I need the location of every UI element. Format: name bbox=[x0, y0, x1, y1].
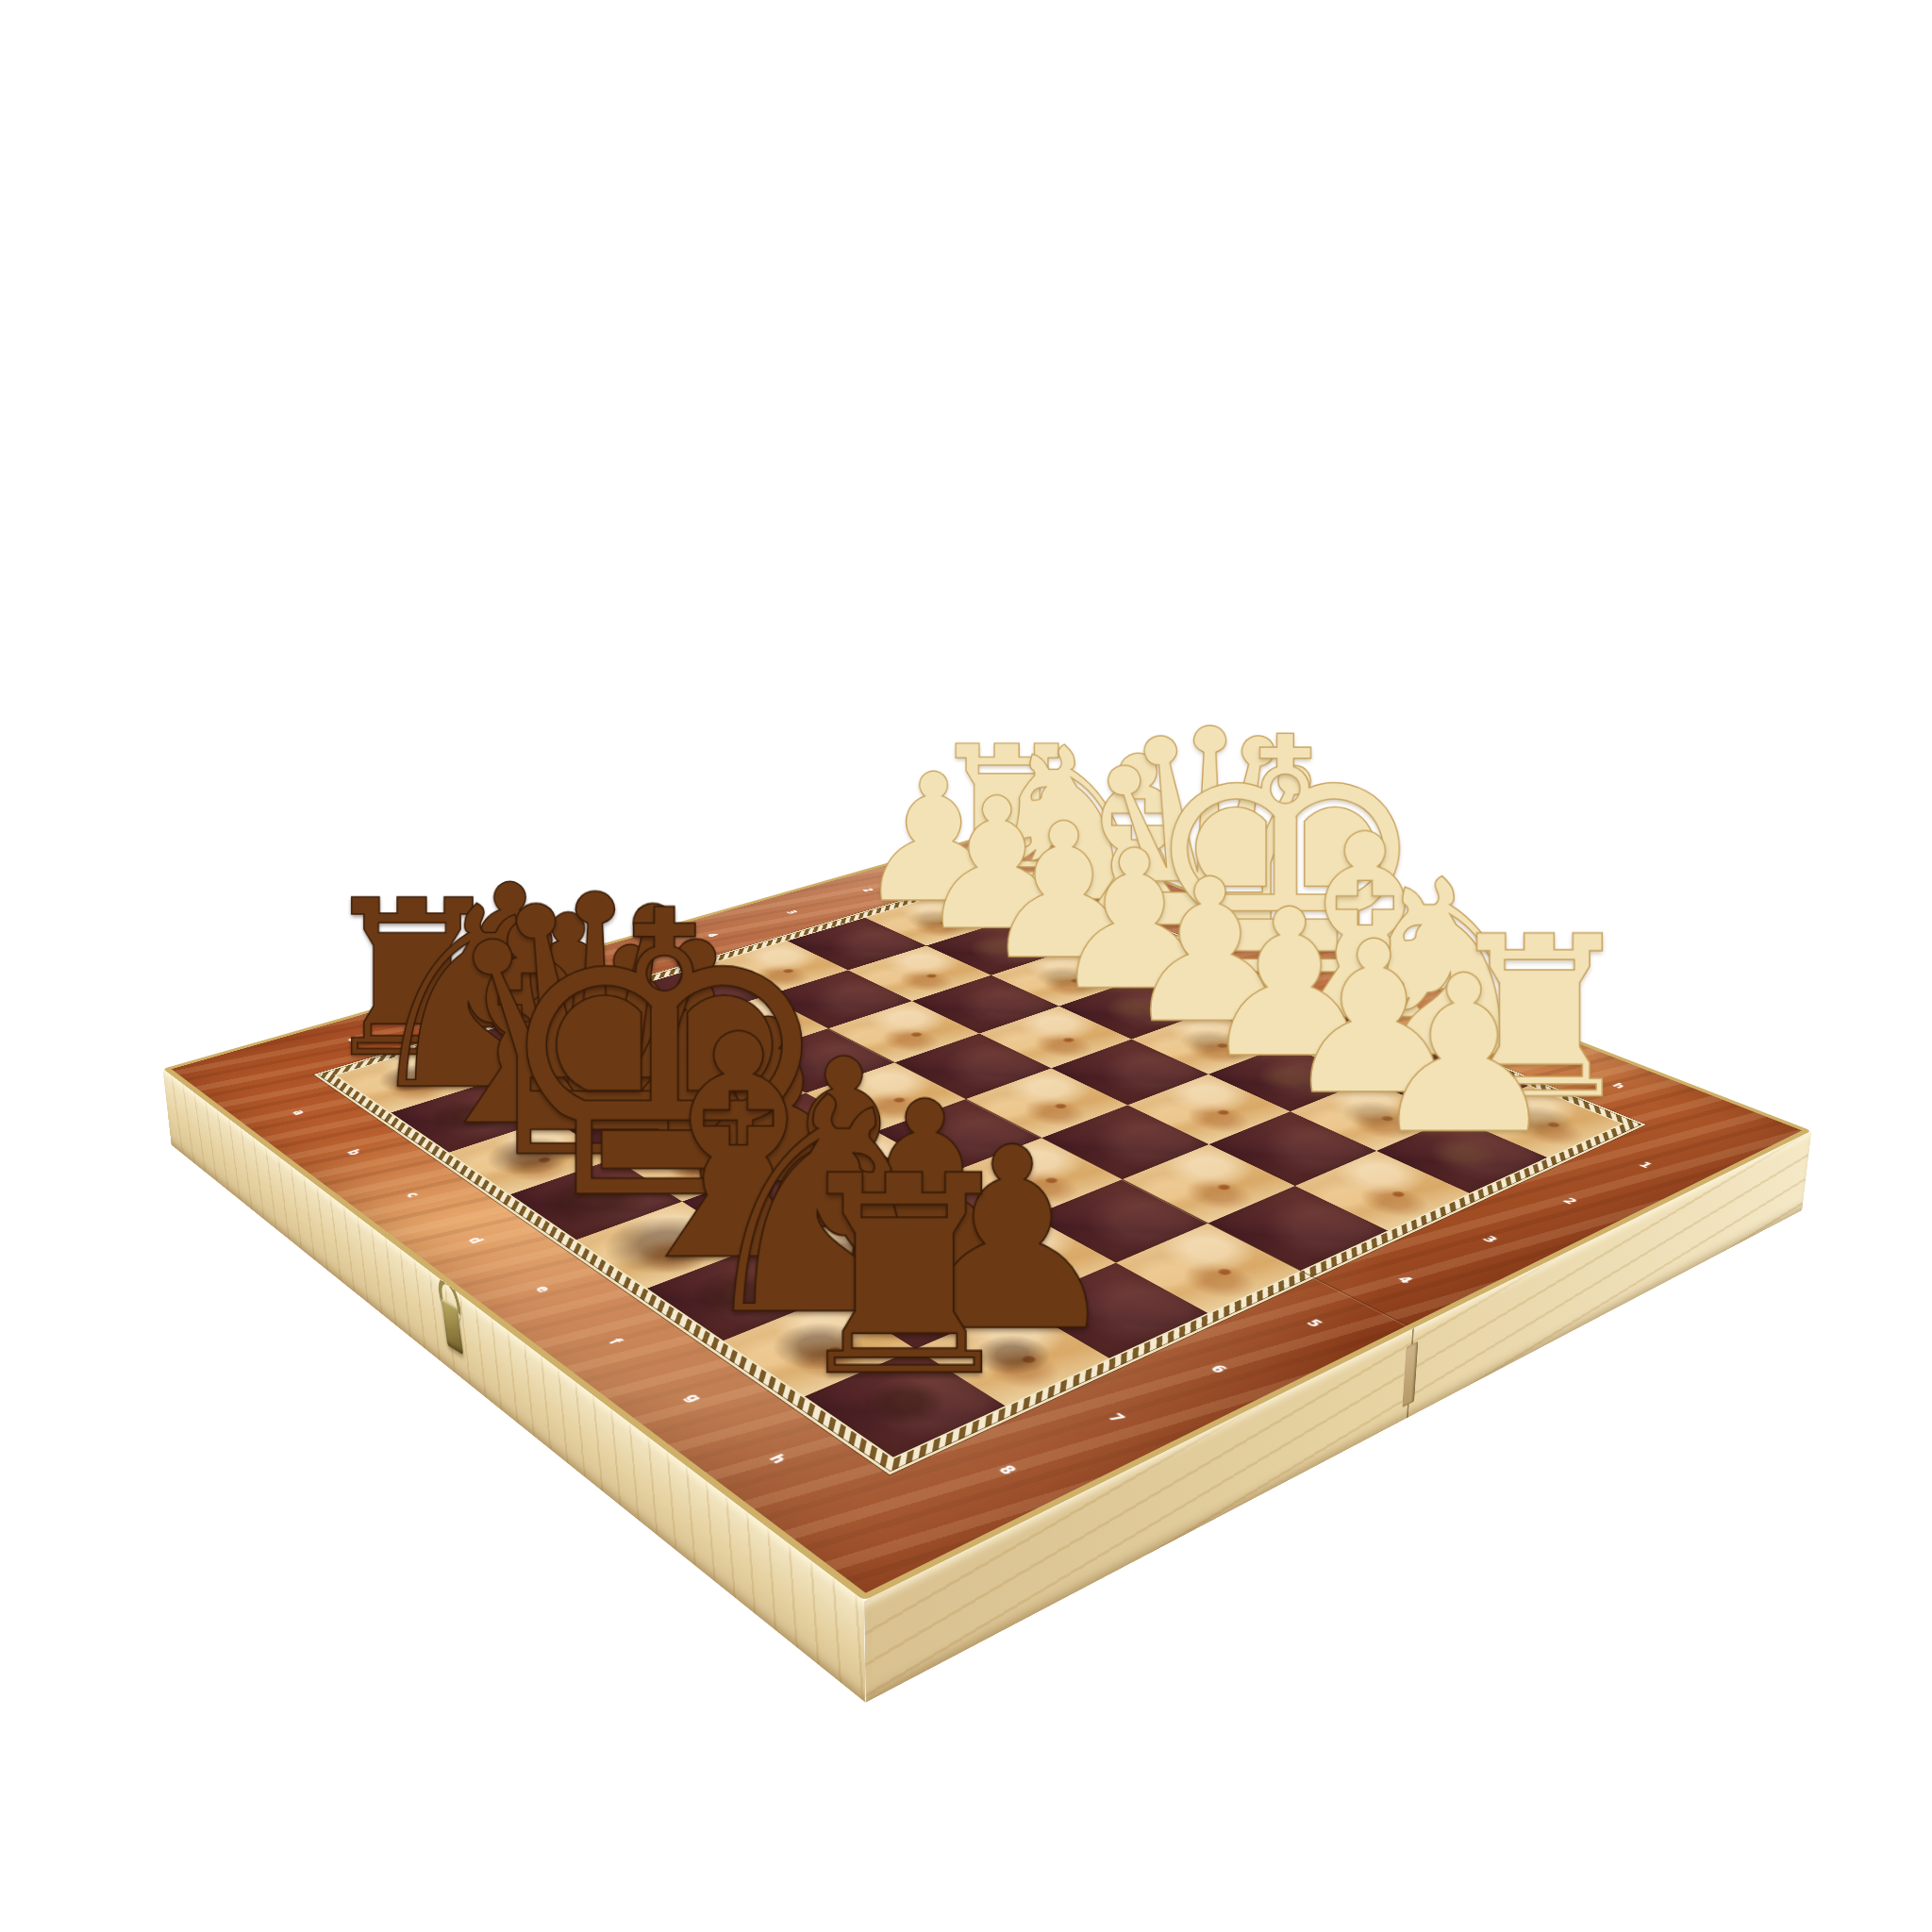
frame-coordinate-mark: 3 bbox=[1479, 1235, 1500, 1244]
frame-coordinate-mark: b bbox=[343, 1148, 364, 1157]
piece-shadow bbox=[1094, 992, 1175, 1024]
frame-coordinate-mark: 4 bbox=[1394, 1274, 1416, 1285]
frame-coordinate-mark: 2 bbox=[859, 888, 875, 893]
piece-dark-rook: ♜ bbox=[781, 1141, 1026, 1414]
frame-coordinate-mark: e bbox=[531, 1284, 554, 1294]
frame-coordinate-mark: h bbox=[765, 1453, 791, 1466]
frame-coordinate-mark: 2 bbox=[1559, 1196, 1579, 1206]
frame-coordinate-mark: 6 bbox=[1207, 1363, 1230, 1375]
piece-shadow bbox=[1026, 908, 1116, 941]
frame-coordinate-mark: 8 bbox=[994, 1463, 1020, 1476]
piece-light-pawn: ♟ bbox=[1367, 947, 1561, 1164]
frame-coordinate-mark: 7 bbox=[1104, 1411, 1128, 1424]
piece-shadow bbox=[896, 906, 971, 933]
photo-scene: aa11bb22cc33dd44ee55ff66gg77hh88 ♜♞♝♛♚♝♞… bbox=[0, 0, 1932, 1932]
piece-shadow bbox=[968, 883, 1045, 910]
frame-coordinate-mark: d bbox=[464, 1236, 487, 1246]
fold-notch bbox=[1403, 1341, 1419, 1407]
piece-shadow bbox=[1024, 962, 1104, 992]
frame-coordinate-mark: f bbox=[605, 1337, 626, 1346]
frame-coordinate-mark: 1 bbox=[1636, 1160, 1656, 1169]
folding-chess-box: aa11bb22cc33dd44ee55ff66gg77hh88 ♜♞♝♛♚♝♞… bbox=[162, 824, 1811, 1601]
piece-shadow bbox=[958, 933, 1035, 962]
frame-coordinate-mark: a bbox=[289, 1108, 308, 1117]
frame-coordinate-mark: c bbox=[402, 1191, 423, 1199]
frame-coordinate-mark: 5 bbox=[1303, 1318, 1325, 1329]
frame-coordinate-mark: b bbox=[1141, 896, 1157, 902]
piece-shadow bbox=[1168, 1024, 1252, 1058]
piece-shadow bbox=[1089, 934, 1189, 972]
frame-coordinate-mark: g bbox=[681, 1391, 706, 1404]
frame-coordinate-mark: c bbox=[1208, 924, 1224, 929]
frame-coordinate-mark: 1 bbox=[933, 866, 949, 872]
frame-coordinate-mark: a bbox=[1076, 871, 1091, 876]
